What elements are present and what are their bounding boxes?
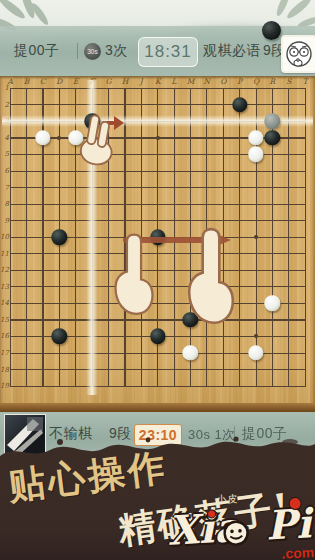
top-player-name: 观棋必语 (203, 42, 261, 60)
white-stone (248, 130, 263, 145)
board-cell[interactable] (117, 163, 133, 180)
board-cell[interactable] (264, 146, 280, 163)
board-cell[interactable] (18, 262, 34, 279)
board-cell[interactable] (281, 97, 297, 114)
pointing-finger-hand-icon (112, 230, 156, 322)
board-cell[interactable] (264, 212, 280, 229)
board-cell[interactable] (117, 179, 133, 196)
row-label: 15 (0, 312, 9, 329)
column-label: S (281, 77, 297, 86)
board-cell[interactable] (18, 378, 34, 395)
board-cell[interactable] (150, 97, 166, 114)
board-cell[interactable] (35, 97, 51, 114)
column-label: P (231, 77, 247, 86)
board-edge (0, 403, 315, 412)
board-cell[interactable] (166, 262, 182, 279)
board-cell[interactable] (264, 245, 280, 262)
board-cell[interactable] (248, 97, 264, 114)
board-cell[interactable] (297, 361, 313, 378)
row-label: 12 (0, 262, 9, 279)
board-cell[interactable] (281, 378, 297, 395)
board-cell[interactable] (51, 279, 67, 296)
board-cell[interactable] (133, 345, 149, 362)
board-cell[interactable] (166, 163, 182, 180)
divider (77, 43, 78, 59)
watermark-suffix: .com (281, 544, 314, 560)
board-cell[interactable] (51, 262, 67, 279)
board-cell[interactable] (199, 328, 215, 345)
board-cell[interactable] (51, 245, 67, 262)
board-cell[interactable] (248, 262, 264, 279)
column-label: K (150, 77, 166, 86)
board-cell[interactable] (182, 196, 198, 213)
board-cell[interactable] (133, 146, 149, 163)
board-cell[interactable] (35, 245, 51, 262)
board-cell[interactable] (248, 163, 264, 180)
board-cell[interactable] (51, 295, 67, 312)
board-cell[interactable] (297, 146, 313, 163)
board-cell[interactable] (51, 378, 67, 395)
board-cell[interactable] (215, 328, 231, 345)
row-label: 2 (0, 97, 9, 114)
board-cell[interactable] (166, 312, 182, 329)
smiley-face-icon (222, 519, 249, 546)
board-cell[interactable] (215, 196, 231, 213)
board-cell[interactable] (133, 196, 149, 213)
row-label: 14 (0, 295, 9, 312)
board-cell[interactable] (68, 262, 84, 279)
board-cell[interactable] (297, 328, 313, 345)
board-cell[interactable] (150, 378, 166, 395)
board-cell[interactable] (231, 196, 247, 213)
board-cell[interactable] (51, 212, 67, 229)
board-cell[interactable] (133, 328, 149, 345)
board-cell[interactable] (68, 229, 84, 246)
board-cell[interactable] (18, 179, 34, 196)
board-cell[interactable] (133, 378, 149, 395)
board-cell[interactable] (68, 279, 84, 296)
black-stone (52, 229, 67, 244)
board-cell[interactable] (166, 146, 182, 163)
board-cell[interactable] (150, 146, 166, 163)
board-cell[interactable] (297, 130, 313, 147)
board-cell[interactable] (264, 312, 280, 329)
row-label: 19 (0, 378, 9, 395)
board-cell[interactable] (297, 212, 313, 229)
board-cell[interactable] (248, 130, 264, 147)
board-cell[interactable] (18, 97, 34, 114)
board-cell[interactable] (297, 345, 313, 362)
column-label: Q (248, 77, 264, 86)
board-cell[interactable] (166, 345, 182, 362)
pointing-finger-hand-icon (183, 226, 239, 330)
board-cell[interactable] (248, 361, 264, 378)
column-label: J (133, 77, 149, 86)
board-cell[interactable] (297, 312, 313, 329)
board-cell[interactable] (100, 328, 116, 345)
board-cell[interactable] (248, 295, 264, 312)
black-stone (150, 329, 165, 344)
board-cell[interactable] (18, 328, 34, 345)
board-cell[interactable] (248, 245, 264, 262)
board-cell[interactable] (215, 97, 231, 114)
column-label: N (199, 77, 215, 86)
board-cell[interactable] (199, 361, 215, 378)
board-cell[interactable] (231, 146, 247, 163)
board-cell[interactable] (68, 212, 84, 229)
board-cell[interactable] (35, 212, 51, 229)
board-cell[interactable] (182, 328, 198, 345)
board-cell[interactable] (117, 146, 133, 163)
board-cell[interactable] (150, 345, 166, 362)
board-cell[interactable] (215, 345, 231, 362)
row-label: 10 (0, 229, 9, 246)
column-label: E (68, 77, 84, 86)
board-cell[interactable] (215, 361, 231, 378)
board-cell[interactable] (264, 113, 280, 130)
board-cell[interactable] (199, 97, 215, 114)
board-cell[interactable] (264, 179, 280, 196)
board-cell[interactable] (51, 146, 67, 163)
board-cell[interactable] (35, 179, 51, 196)
column-label: R (264, 77, 280, 86)
board-cell[interactable] (68, 245, 84, 262)
board-cell[interactable] (297, 245, 313, 262)
row-label: 11 (0, 245, 9, 262)
board-cell[interactable] (68, 295, 84, 312)
meme-face-icon (283, 37, 315, 71)
white-stone (183, 345, 198, 360)
top-player-avatar[interactable] (281, 35, 315, 73)
board-cell[interactable] (281, 295, 297, 312)
row-labels: 12345678910111213141516171819 (0, 80, 9, 394)
board-cell[interactable] (231, 378, 247, 395)
board-cell[interactable] (264, 262, 280, 279)
board-cell[interactable] (51, 179, 67, 196)
board-cell[interactable] (150, 361, 166, 378)
board-cell[interactable] (166, 212, 182, 229)
board-cell[interactable] (215, 130, 231, 147)
board-cell[interactable] (68, 97, 84, 114)
board-cell[interactable] (166, 97, 182, 114)
star-point (254, 334, 258, 338)
board-cell[interactable] (248, 179, 264, 196)
board-cell[interactable] (215, 163, 231, 180)
board-cell[interactable] (18, 279, 34, 296)
board-cell[interactable] (51, 312, 67, 329)
board-cell[interactable] (18, 163, 34, 180)
board-cell[interactable] (166, 378, 182, 395)
go-app-screen: ABCDEFGHJKLMNOPQRST 12345678910111213141… (0, 0, 315, 560)
board-cell[interactable] (35, 361, 51, 378)
board-cell[interactable] (281, 179, 297, 196)
star-point (254, 235, 258, 239)
board-cell[interactable] (248, 328, 264, 345)
byoyomi-badge: 30s (84, 43, 101, 60)
board-cell[interactable] (133, 179, 149, 196)
board-cell[interactable] (100, 179, 116, 196)
board-cell[interactable] (51, 97, 67, 114)
board-cell[interactable] (35, 196, 51, 213)
board-cell[interactable] (51, 196, 67, 213)
board-cell[interactable] (35, 229, 51, 246)
board-cell[interactable] (297, 97, 313, 114)
white-stone (35, 130, 50, 145)
white-stone (248, 147, 263, 162)
board-cell[interactable] (231, 345, 247, 362)
board-cell[interactable] (231, 97, 247, 114)
board-cell[interactable] (264, 328, 280, 345)
board-cell[interactable] (100, 345, 116, 362)
board-cell[interactable] (264, 97, 280, 114)
board-cell[interactable] (68, 196, 84, 213)
board-cell[interactable] (68, 328, 84, 345)
board-cell[interactable] (100, 378, 116, 395)
board-cell[interactable] (281, 262, 297, 279)
board-cell[interactable] (281, 146, 297, 163)
board-cell[interactable] (264, 345, 280, 362)
row-label: 5 (0, 146, 9, 163)
row-label: 18 (0, 361, 9, 378)
board-cell[interactable] (281, 279, 297, 296)
board-cell[interactable] (248, 146, 264, 163)
board-cell[interactable] (297, 163, 313, 180)
board-cell[interactable] (264, 295, 280, 312)
board-cell[interactable] (182, 130, 198, 147)
board-cell[interactable] (117, 328, 133, 345)
board-cell[interactable] (133, 130, 149, 147)
board-cell[interactable] (35, 312, 51, 329)
board-cell[interactable] (297, 378, 313, 395)
board-cell[interactable] (297, 295, 313, 312)
board-cell[interactable] (199, 130, 215, 147)
board-cell[interactable] (281, 312, 297, 329)
board-cell[interactable] (264, 279, 280, 296)
board-cell[interactable] (68, 378, 84, 395)
board-cell[interactable] (248, 212, 264, 229)
board-cell[interactable] (215, 179, 231, 196)
board-cell[interactable] (297, 229, 313, 246)
board-cell[interactable] (117, 345, 133, 362)
board-cell[interactable] (51, 328, 67, 345)
board-cell[interactable] (18, 345, 34, 362)
board-cell[interactable] (248, 312, 264, 329)
board-cell[interactable] (117, 378, 133, 395)
board-cell[interactable] (231, 130, 247, 147)
board-cell[interactable] (281, 245, 297, 262)
board-cell[interactable] (35, 295, 51, 312)
board-cell[interactable] (51, 361, 67, 378)
board-cell[interactable] (199, 146, 215, 163)
row-label: 8 (0, 196, 9, 213)
column-label: M (182, 77, 198, 86)
board-cell[interactable] (133, 163, 149, 180)
board-cell[interactable] (281, 196, 297, 213)
board-cell[interactable] (117, 97, 133, 114)
board-cell[interactable] (182, 97, 198, 114)
board-cell[interactable] (117, 361, 133, 378)
board-cell[interactable] (199, 163, 215, 180)
row-label: 4 (0, 130, 9, 147)
board-cell[interactable] (35, 345, 51, 362)
board-cell[interactable] (150, 163, 166, 180)
board-cell[interactable] (281, 163, 297, 180)
star-point (156, 136, 160, 140)
board-cell[interactable] (248, 378, 264, 395)
board-cell[interactable] (51, 345, 67, 362)
board-cell[interactable] (117, 196, 133, 213)
board-cell[interactable] (166, 130, 182, 147)
board-cell[interactable] (215, 146, 231, 163)
board-cell[interactable] (150, 212, 166, 229)
board-cell[interactable] (264, 378, 280, 395)
board-cell[interactable] (264, 130, 280, 147)
board-cell[interactable] (51, 130, 67, 147)
board-cell[interactable] (117, 212, 133, 229)
column-label: G (100, 77, 116, 86)
black-stone (265, 130, 280, 145)
board-cell[interactable] (133, 361, 149, 378)
board-cell[interactable] (133, 212, 149, 229)
board-cell[interactable] (18, 146, 34, 163)
board-cell[interactable] (166, 179, 182, 196)
board-cell[interactable] (248, 279, 264, 296)
column-label: L (166, 77, 182, 86)
board-cell[interactable] (166, 196, 182, 213)
row-label: 7 (0, 179, 9, 196)
board-cell[interactable] (150, 130, 166, 147)
board-cell[interactable] (18, 361, 34, 378)
board-cell[interactable] (281, 229, 297, 246)
board-cell[interactable] (18, 196, 34, 213)
board-cell[interactable] (264, 196, 280, 213)
white-stone (265, 296, 280, 311)
board-cell[interactable] (166, 328, 182, 345)
white-stone (248, 345, 263, 360)
board-cell[interactable] (231, 361, 247, 378)
row-label: 1 (0, 80, 9, 97)
board-cell[interactable] (264, 229, 280, 246)
board-cell[interactable] (248, 345, 264, 362)
board-cell[interactable] (35, 163, 51, 180)
board-cell[interactable] (100, 97, 116, 114)
board-cell[interactable] (18, 229, 34, 246)
board-cell[interactable] (199, 378, 215, 395)
board-cell[interactable] (199, 345, 215, 362)
top-byoyomi-count: 3次 (105, 42, 128, 60)
board-cell[interactable] (231, 179, 247, 196)
row-label: 9 (0, 212, 9, 229)
board-cell[interactable] (150, 196, 166, 213)
black-stone (52, 329, 67, 344)
board-cell[interactable] (281, 361, 297, 378)
board-cell[interactable] (18, 245, 34, 262)
row-label: 16 (0, 328, 9, 345)
board-cell[interactable] (264, 361, 280, 378)
board-cell[interactable] (100, 212, 116, 229)
board-cell[interactable] (199, 196, 215, 213)
board-cell[interactable] (297, 179, 313, 196)
board-cell[interactable] (35, 279, 51, 296)
board-cell[interactable] (297, 196, 313, 213)
column-label: B (18, 77, 34, 86)
board-cell[interactable] (150, 179, 166, 196)
board-cell[interactable] (68, 312, 84, 329)
row-label: 17 (0, 345, 9, 362)
board-cell[interactable] (248, 196, 264, 213)
board-cell[interactable] (264, 163, 280, 180)
board-cell[interactable] (166, 295, 182, 312)
board-cell[interactable] (35, 262, 51, 279)
board-cell[interactable] (18, 295, 34, 312)
star-point (57, 136, 61, 140)
board-cell[interactable] (297, 262, 313, 279)
black-stone (232, 97, 247, 112)
board-cell[interactable] (68, 345, 84, 362)
board-cell[interactable] (182, 179, 198, 196)
top-clock: 18:31 (138, 37, 198, 67)
column-label: C (35, 77, 51, 86)
board-cell[interactable] (133, 97, 149, 114)
board-cell[interactable] (281, 130, 297, 147)
board-cell[interactable] (182, 163, 198, 180)
column-label: D (51, 77, 67, 86)
board-cell[interactable] (51, 163, 67, 180)
board-cell[interactable] (182, 361, 198, 378)
column-label: H (117, 77, 133, 86)
board-cell[interactable] (35, 328, 51, 345)
board-cell[interactable] (231, 328, 247, 345)
row-label: 6 (0, 163, 9, 180)
board-cell[interactable] (150, 328, 166, 345)
board-cell[interactable] (231, 163, 247, 180)
board-cell[interactable] (182, 146, 198, 163)
board-cell[interactable] (68, 179, 84, 196)
board-cell[interactable] (248, 229, 264, 246)
board-cell[interactable] (35, 130, 51, 147)
promo-banner: 贴心操作 精确落子! 小皮 XiaPi .com (0, 436, 315, 560)
column-label: O (215, 77, 231, 86)
board-cell[interactable] (18, 312, 34, 329)
board-cell[interactable] (18, 212, 34, 229)
board-cell[interactable] (35, 378, 51, 395)
column-label: T (297, 77, 313, 86)
board-cell[interactable] (182, 345, 198, 362)
board-cell[interactable] (182, 378, 198, 395)
board-cell[interactable] (281, 212, 297, 229)
board-cell[interactable] (100, 361, 116, 378)
board-cell[interactable] (199, 179, 215, 196)
board-cell[interactable] (215, 378, 231, 395)
board-cell[interactable] (166, 361, 182, 378)
board-cell[interactable] (51, 229, 67, 246)
board-cell[interactable] (68, 361, 84, 378)
board-cell[interactable] (166, 279, 182, 296)
watermark-logo: 小皮 XiaPi .com (161, 498, 315, 560)
board-cell[interactable] (35, 146, 51, 163)
row-label: 13 (0, 279, 9, 296)
column-labels: ABCDEFGHJKLMNOPQRST (2, 77, 313, 86)
board-cell[interactable] (18, 130, 34, 147)
top-captures-label: 提00子 (14, 42, 60, 60)
black-stone-decoration (262, 21, 281, 40)
board-cell[interactable] (281, 328, 297, 345)
board-cell[interactable] (281, 345, 297, 362)
board-cell[interactable] (297, 279, 313, 296)
board-cell[interactable] (100, 196, 116, 213)
